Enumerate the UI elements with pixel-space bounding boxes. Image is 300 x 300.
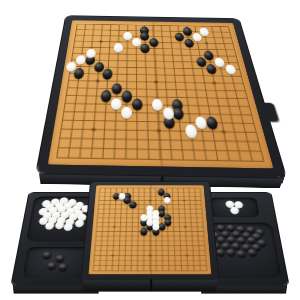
black-stone [221,242,231,250]
black-stone [231,242,241,250]
black-stone [241,232,251,240]
black-stone [216,249,226,257]
white-stone [194,116,207,129]
product-photo [0,0,300,300]
black-stone [247,237,257,245]
black-stone [164,219,171,226]
black-stone [42,251,53,260]
white-stone [185,125,198,139]
board-case-bottom [82,182,219,279]
black-stone [242,244,252,252]
black-stone [46,262,57,271]
black-stone [236,237,246,245]
black-stone [226,249,236,257]
black-stone [140,228,147,236]
black-stone [141,44,150,53]
black-stone [140,32,149,41]
white-stone [121,107,132,120]
small-stone-bin [210,198,260,218]
white-stone [111,98,122,110]
go-board-top [48,20,274,168]
black-stone [149,38,159,47]
grid-lines [48,20,274,168]
bottom-view-board-with-drawers [0,154,300,300]
white-stone [152,99,163,111]
black-stone [172,99,184,111]
white-stone [74,220,84,228]
black-stone [173,107,185,120]
black-stone [158,223,165,230]
black-stone [231,231,241,239]
black-stone [55,255,65,264]
board-front-edge [83,279,218,292]
black-stone [252,233,262,241]
black-stone [226,236,236,244]
black-stone [101,90,112,102]
go-board-bottom [89,186,212,275]
latch-handle [264,103,279,122]
black-stone [216,236,226,244]
black-stone [112,83,123,94]
black-stone [252,244,262,252]
black-stone [152,228,159,236]
black-stone [205,116,218,129]
black-stone [121,91,131,103]
black-stone [146,223,153,230]
black-stone [58,263,69,272]
fold-seam-front [150,279,152,292]
white-stone [230,207,240,214]
white-stone [63,223,73,231]
black-stone [237,250,247,259]
white-stone [152,223,159,230]
white-stone [162,107,174,120]
black-stone [163,116,175,129]
black-stone [175,33,185,42]
black-stone [247,249,257,257]
black-stone [132,99,143,111]
black-stone [257,239,267,247]
white-stone [44,222,54,230]
black-stone [221,231,231,239]
fold-seam [150,186,152,275]
